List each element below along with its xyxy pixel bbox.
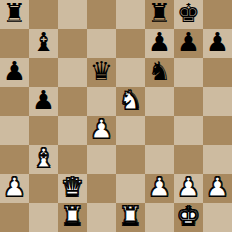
white-pawn[interactable]: ♟ bbox=[3, 174, 26, 202]
black-queen[interactable]: ♛ bbox=[90, 58, 113, 86]
square-f3[interactable] bbox=[145, 145, 174, 174]
square-c8[interactable] bbox=[58, 0, 87, 29]
square-e1[interactable]: ♜ bbox=[116, 203, 145, 232]
square-d4[interactable]: ♟ bbox=[87, 116, 116, 145]
square-d5[interactable] bbox=[87, 87, 116, 116]
square-c3[interactable] bbox=[58, 145, 87, 174]
square-a5[interactable] bbox=[0, 87, 29, 116]
square-h4[interactable] bbox=[203, 116, 232, 145]
white-bishop[interactable]: ♝ bbox=[32, 145, 55, 173]
chess-board: ♜♜♚♝♟♟♟♟♛♞♟♞♟♝♟♛♟♟♟♜♜♚ bbox=[0, 0, 232, 232]
square-h5[interactable] bbox=[203, 87, 232, 116]
square-g6[interactable] bbox=[174, 58, 203, 87]
black-king[interactable]: ♚ bbox=[177, 0, 200, 28]
square-d3[interactable] bbox=[87, 145, 116, 174]
square-b4[interactable] bbox=[29, 116, 58, 145]
square-d2[interactable] bbox=[87, 174, 116, 203]
black-pawn[interactable]: ♟ bbox=[3, 58, 26, 86]
square-d6[interactable]: ♛ bbox=[87, 58, 116, 87]
white-pawn[interactable]: ♟ bbox=[177, 174, 200, 202]
square-e4[interactable] bbox=[116, 116, 145, 145]
square-e3[interactable] bbox=[116, 145, 145, 174]
square-g3[interactable] bbox=[174, 145, 203, 174]
square-d7[interactable] bbox=[87, 29, 116, 58]
black-pawn[interactable]: ♟ bbox=[177, 29, 200, 57]
square-g2[interactable]: ♟ bbox=[174, 174, 203, 203]
white-queen[interactable]: ♛ bbox=[61, 174, 84, 202]
square-c1[interactable]: ♜ bbox=[58, 203, 87, 232]
square-b7[interactable]: ♝ bbox=[29, 29, 58, 58]
white-pawn[interactable]: ♟ bbox=[90, 116, 113, 144]
square-e5[interactable]: ♞ bbox=[116, 87, 145, 116]
square-b1[interactable] bbox=[29, 203, 58, 232]
black-knight[interactable]: ♞ bbox=[148, 58, 171, 86]
square-e2[interactable] bbox=[116, 174, 145, 203]
square-b6[interactable] bbox=[29, 58, 58, 87]
white-rook[interactable]: ♜ bbox=[61, 203, 84, 231]
white-rook[interactable]: ♜ bbox=[119, 203, 142, 231]
square-a2[interactable]: ♟ bbox=[0, 174, 29, 203]
square-a3[interactable] bbox=[0, 145, 29, 174]
square-c5[interactable] bbox=[58, 87, 87, 116]
black-rook[interactable]: ♜ bbox=[148, 0, 171, 28]
square-b8[interactable] bbox=[29, 0, 58, 29]
square-f4[interactable] bbox=[145, 116, 174, 145]
square-a8[interactable]: ♜ bbox=[0, 0, 29, 29]
black-pawn[interactable]: ♟ bbox=[32, 87, 55, 115]
square-f2[interactable]: ♟ bbox=[145, 174, 174, 203]
square-h2[interactable]: ♟ bbox=[203, 174, 232, 203]
square-c4[interactable] bbox=[58, 116, 87, 145]
square-b3[interactable]: ♝ bbox=[29, 145, 58, 174]
square-h8[interactable] bbox=[203, 0, 232, 29]
square-c2[interactable]: ♛ bbox=[58, 174, 87, 203]
white-pawn[interactable]: ♟ bbox=[206, 174, 229, 202]
square-a4[interactable] bbox=[0, 116, 29, 145]
square-f1[interactable] bbox=[145, 203, 174, 232]
square-h6[interactable] bbox=[203, 58, 232, 87]
square-f8[interactable]: ♜ bbox=[145, 0, 174, 29]
square-e6[interactable] bbox=[116, 58, 145, 87]
square-e7[interactable] bbox=[116, 29, 145, 58]
white-king[interactable]: ♚ bbox=[177, 203, 200, 231]
square-h1[interactable] bbox=[203, 203, 232, 232]
square-a7[interactable] bbox=[0, 29, 29, 58]
square-h7[interactable]: ♟ bbox=[203, 29, 232, 58]
square-f5[interactable] bbox=[145, 87, 174, 116]
square-d8[interactable] bbox=[87, 0, 116, 29]
square-g1[interactable]: ♚ bbox=[174, 203, 203, 232]
square-b2[interactable] bbox=[29, 174, 58, 203]
black-pawn[interactable]: ♟ bbox=[206, 29, 229, 57]
square-f6[interactable]: ♞ bbox=[145, 58, 174, 87]
square-g8[interactable]: ♚ bbox=[174, 0, 203, 29]
white-pawn[interactable]: ♟ bbox=[148, 174, 171, 202]
square-f7[interactable]: ♟ bbox=[145, 29, 174, 58]
square-c6[interactable] bbox=[58, 58, 87, 87]
square-a6[interactable]: ♟ bbox=[0, 58, 29, 87]
square-c7[interactable] bbox=[58, 29, 87, 58]
black-rook[interactable]: ♜ bbox=[3, 0, 26, 28]
black-bishop[interactable]: ♝ bbox=[32, 29, 55, 57]
black-pawn[interactable]: ♟ bbox=[148, 29, 171, 57]
square-g5[interactable] bbox=[174, 87, 203, 116]
square-a1[interactable] bbox=[0, 203, 29, 232]
square-h3[interactable] bbox=[203, 145, 232, 174]
square-g4[interactable] bbox=[174, 116, 203, 145]
square-b5[interactable]: ♟ bbox=[29, 87, 58, 116]
square-e8[interactable] bbox=[116, 0, 145, 29]
square-g7[interactable]: ♟ bbox=[174, 29, 203, 58]
white-knight[interactable]: ♞ bbox=[119, 87, 142, 115]
square-d1[interactable] bbox=[87, 203, 116, 232]
